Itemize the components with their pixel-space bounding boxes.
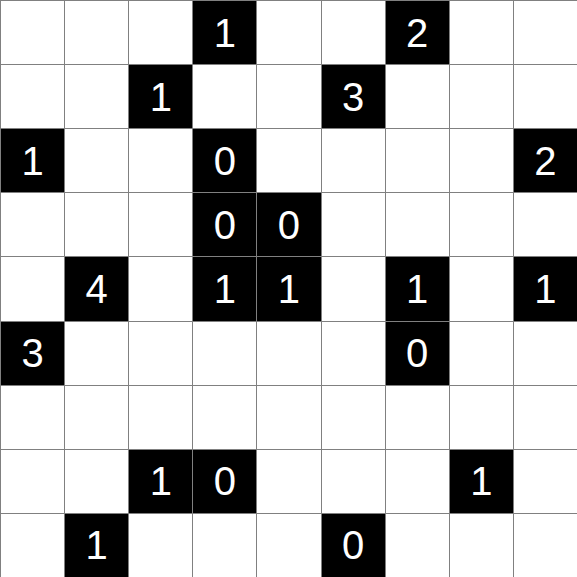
- clue-cell-r5c9: 1: [513, 256, 577, 320]
- cell-r9c9[interactable]: [513, 513, 577, 577]
- cell-r9c7[interactable]: [385, 513, 449, 577]
- clue-cell-r3c4: 0: [192, 128, 256, 192]
- cell-r4c8[interactable]: [449, 192, 513, 256]
- cell-r2c2[interactable]: [64, 64, 128, 128]
- cell-r8c2[interactable]: [64, 449, 128, 513]
- cell-r3c6[interactable]: [321, 128, 385, 192]
- cell-r5c6[interactable]: [321, 256, 385, 320]
- clue-number: 1: [150, 461, 172, 501]
- cell-r9c8[interactable]: [449, 513, 513, 577]
- clue-cell-r8c4: 0: [192, 449, 256, 513]
- cell-r1c3[interactable]: [128, 0, 192, 64]
- clue-number: 4: [86, 269, 108, 309]
- cell-r7c5[interactable]: [256, 385, 320, 449]
- cell-r7c9[interactable]: [513, 385, 577, 449]
- cell-r4c1[interactable]: [0, 192, 64, 256]
- clue-cell-r1c7: 2: [385, 0, 449, 64]
- cell-r1c9[interactable]: [513, 0, 577, 64]
- cell-r8c5[interactable]: [256, 449, 320, 513]
- cell-r7c4[interactable]: [192, 385, 256, 449]
- cell-r4c3[interactable]: [128, 192, 192, 256]
- cell-r6c6[interactable]: [321, 321, 385, 385]
- cell-r3c2[interactable]: [64, 128, 128, 192]
- cell-r7c8[interactable]: [449, 385, 513, 449]
- clue-number: 1: [150, 77, 172, 117]
- clue-cell-r9c6: 0: [321, 513, 385, 577]
- cell-r2c1[interactable]: [0, 64, 64, 128]
- cell-r2c8[interactable]: [449, 64, 513, 128]
- clue-number: 1: [21, 141, 43, 181]
- cell-r9c5[interactable]: [256, 513, 320, 577]
- clue-cell-r8c3: 1: [128, 449, 192, 513]
- cell-r7c7[interactable]: [385, 385, 449, 449]
- clue-cell-r5c5: 1: [256, 256, 320, 320]
- clue-cell-r2c3: 1: [128, 64, 192, 128]
- clue-number: 0: [406, 333, 428, 373]
- cell-r4c7[interactable]: [385, 192, 449, 256]
- clue-cell-r5c7: 1: [385, 256, 449, 320]
- clue-number: 3: [21, 333, 43, 373]
- clue-number: 1: [534, 269, 556, 309]
- clue-cell-r5c4: 1: [192, 256, 256, 320]
- clue-cell-r2c6: 3: [321, 64, 385, 128]
- clue-number: 0: [278, 205, 300, 245]
- clue-number: 0: [214, 141, 236, 181]
- clue-cell-r4c4: 0: [192, 192, 256, 256]
- cell-r1c5[interactable]: [256, 0, 320, 64]
- cell-r6c9[interactable]: [513, 321, 577, 385]
- clue-cell-r8c8: 1: [449, 449, 513, 513]
- cell-r4c9[interactable]: [513, 192, 577, 256]
- cell-r2c5[interactable]: [256, 64, 320, 128]
- cell-r7c6[interactable]: [321, 385, 385, 449]
- cell-r9c4[interactable]: [192, 513, 256, 577]
- cell-r8c6[interactable]: [321, 449, 385, 513]
- clue-cell-r5c2: 4: [64, 256, 128, 320]
- cell-r7c2[interactable]: [64, 385, 128, 449]
- cell-r4c6[interactable]: [321, 192, 385, 256]
- cell-r2c7[interactable]: [385, 64, 449, 128]
- clue-cell-r6c7: 0: [385, 321, 449, 385]
- cell-r1c6[interactable]: [321, 0, 385, 64]
- clue-cell-r3c9: 2: [513, 128, 577, 192]
- clue-number: 2: [406, 13, 428, 53]
- cell-r3c3[interactable]: [128, 128, 192, 192]
- cell-r7c1[interactable]: [0, 385, 64, 449]
- clue-number: 0: [214, 205, 236, 245]
- clue-number: 2: [534, 141, 556, 181]
- cell-r7c3[interactable]: [128, 385, 192, 449]
- cell-r8c1[interactable]: [0, 449, 64, 513]
- clue-cell-r9c2: 1: [64, 513, 128, 577]
- cell-r3c7[interactable]: [385, 128, 449, 192]
- cell-r6c4[interactable]: [192, 321, 256, 385]
- cell-r6c5[interactable]: [256, 321, 320, 385]
- cell-r5c1[interactable]: [0, 256, 64, 320]
- cell-r1c2[interactable]: [64, 0, 128, 64]
- clue-cell-r6c1: 3: [0, 321, 64, 385]
- cell-r4c2[interactable]: [64, 192, 128, 256]
- cell-r9c1[interactable]: [0, 513, 64, 577]
- clue-cell-r1c4: 1: [192, 0, 256, 64]
- clue-number: 1: [470, 461, 492, 501]
- clue-number: 0: [342, 525, 364, 565]
- cell-r6c8[interactable]: [449, 321, 513, 385]
- clue-number: 1: [86, 525, 108, 565]
- cell-r5c3[interactable]: [128, 256, 192, 320]
- cell-r2c9[interactable]: [513, 64, 577, 128]
- cell-r6c3[interactable]: [128, 321, 192, 385]
- clue-number: 1: [214, 13, 236, 53]
- lightup-board: 121310200411113010110: [0, 0, 577, 577]
- cell-r8c9[interactable]: [513, 449, 577, 513]
- clue-cell-r3c1: 1: [0, 128, 64, 192]
- cell-r3c5[interactable]: [256, 128, 320, 192]
- cell-r3c8[interactable]: [449, 128, 513, 192]
- cell-r6c2[interactable]: [64, 321, 128, 385]
- clue-number: 1: [214, 269, 236, 309]
- clue-number: 1: [278, 269, 300, 309]
- clue-cell-r4c5: 0: [256, 192, 320, 256]
- cell-r5c8[interactable]: [449, 256, 513, 320]
- cell-r1c1[interactable]: [0, 0, 64, 64]
- cell-r8c7[interactable]: [385, 449, 449, 513]
- clue-number: 3: [342, 77, 364, 117]
- clue-number: 1: [406, 269, 428, 309]
- cell-r1c8[interactable]: [449, 0, 513, 64]
- clue-number: 0: [214, 461, 236, 501]
- cell-r2c4[interactable]: [192, 64, 256, 128]
- cell-r9c3[interactable]: [128, 513, 192, 577]
